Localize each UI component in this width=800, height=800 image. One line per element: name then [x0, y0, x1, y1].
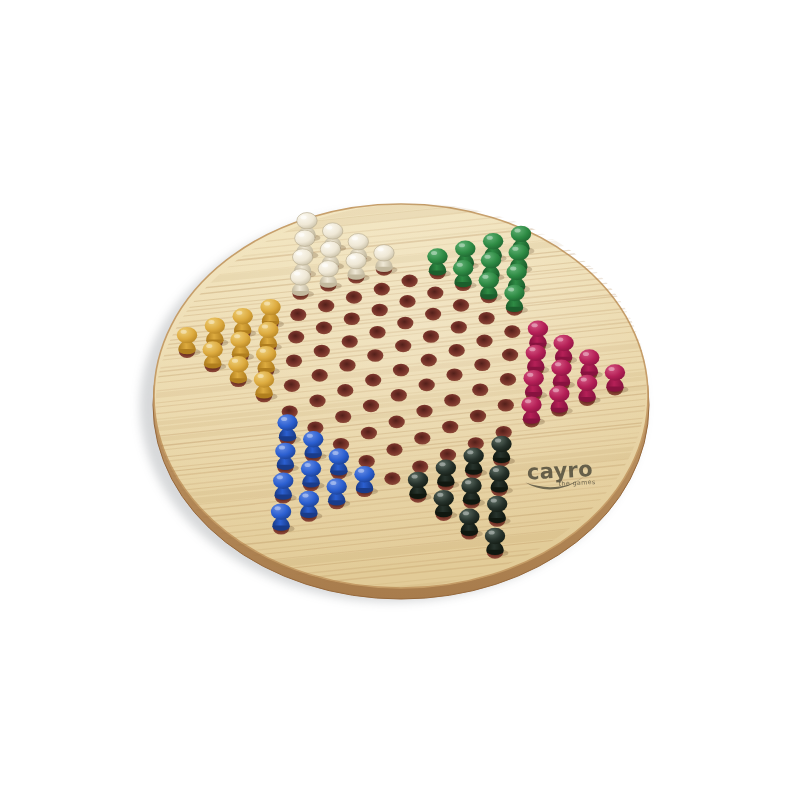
hole[interactable] — [502, 349, 518, 362]
peg-highlight — [181, 330, 187, 334]
peg-head — [320, 241, 340, 257]
peg-head — [322, 223, 342, 239]
peg-highlight — [236, 311, 242, 315]
peg-highlight — [495, 438, 501, 442]
peg-head — [459, 509, 479, 525]
peg-head — [346, 253, 366, 269]
peg-highlight — [305, 463, 311, 467]
peg-highlight — [557, 337, 563, 341]
peg-highlight — [262, 325, 268, 329]
hole[interactable] — [361, 427, 377, 440]
peg-highlight — [324, 244, 330, 248]
peg-highlight — [208, 320, 214, 324]
peg-highlight — [465, 480, 471, 484]
peg-head — [327, 478, 347, 494]
peg-head — [489, 465, 509, 481]
peg-head — [521, 396, 541, 412]
peg-highlight — [514, 228, 520, 232]
peg-head — [463, 448, 483, 464]
peg-highlight — [555, 362, 561, 366]
hole[interactable] — [504, 325, 520, 338]
hole[interactable] — [290, 308, 306, 321]
peg-head — [318, 261, 338, 277]
hole[interactable] — [402, 275, 418, 288]
peg-highlight — [531, 323, 537, 327]
peg-highlight — [275, 506, 281, 510]
peg-highlight — [330, 481, 336, 485]
hole[interactable] — [423, 330, 439, 343]
peg-highlight — [294, 271, 300, 275]
peg-highlight — [553, 388, 559, 392]
hole[interactable] — [453, 299, 469, 312]
hole[interactable] — [416, 405, 432, 418]
peg-highlight — [437, 493, 443, 497]
hole[interactable] — [314, 345, 330, 358]
peg-highlight — [493, 468, 499, 472]
peg-head — [228, 356, 248, 372]
hole[interactable] — [339, 359, 355, 372]
hole[interactable] — [449, 344, 465, 357]
peg-head — [260, 299, 280, 315]
peg-head — [487, 496, 507, 512]
hole[interactable] — [440, 449, 456, 462]
peg-highlight — [296, 252, 302, 256]
peg-head — [230, 331, 250, 347]
peg-head — [549, 386, 569, 402]
hole[interactable] — [363, 400, 379, 413]
peg-head — [579, 349, 599, 365]
peg-head — [427, 248, 447, 264]
hole[interactable] — [442, 421, 458, 434]
hole[interactable] — [397, 317, 413, 330]
peg-head — [354, 466, 374, 482]
peg-highlight — [431, 251, 437, 255]
peg-highlight — [525, 399, 531, 403]
peg-highlight — [300, 215, 306, 219]
peg-head — [528, 321, 548, 337]
peg-highlight — [350, 255, 356, 259]
peg-head — [254, 371, 274, 387]
peg-highlight — [484, 255, 490, 259]
peg-highlight — [332, 451, 338, 455]
peg-highlight — [459, 243, 465, 247]
peg-highlight — [512, 247, 518, 251]
hole[interactable] — [344, 313, 360, 326]
peg-head — [297, 213, 317, 229]
hole[interactable] — [425, 308, 441, 321]
peg-highlight — [258, 374, 264, 378]
peg-head — [461, 477, 481, 493]
hole[interactable] — [500, 373, 516, 386]
peg-highlight — [298, 233, 304, 237]
hole[interactable] — [342, 335, 358, 348]
hole[interactable] — [316, 322, 332, 335]
hole[interactable] — [393, 364, 409, 377]
hole[interactable] — [470, 410, 486, 423]
hole[interactable] — [365, 374, 381, 387]
hole[interactable] — [476, 335, 492, 348]
peg-head — [509, 244, 529, 260]
peg-head — [481, 252, 501, 268]
peg-head — [232, 308, 252, 324]
hole[interactable] — [374, 283, 390, 296]
peg-head — [455, 241, 475, 257]
peg-head — [551, 360, 571, 376]
peg-head — [485, 528, 505, 544]
hole[interactable] — [386, 443, 402, 456]
peg-highlight — [326, 226, 332, 230]
peg-highlight — [352, 236, 358, 240]
peg-highlight — [358, 469, 364, 473]
peg-head — [436, 460, 456, 476]
peg-highlight — [467, 450, 473, 454]
peg-head — [303, 431, 323, 447]
peg-highlight — [487, 236, 493, 240]
peg-highlight — [489, 530, 495, 534]
hole[interactable] — [479, 312, 495, 325]
peg-highlight — [529, 347, 535, 351]
peg-highlight — [377, 247, 383, 251]
peg-highlight — [463, 511, 469, 515]
peg-highlight — [482, 275, 488, 279]
hole[interactable] — [451, 321, 467, 334]
peg-head — [275, 443, 295, 459]
peg-highlight — [510, 267, 516, 271]
peg-highlight — [491, 499, 497, 503]
hole[interactable] — [412, 460, 428, 473]
peg-head — [577, 375, 597, 391]
peg-head — [271, 503, 291, 519]
peg-highlight — [412, 474, 418, 478]
peg-head — [479, 272, 499, 288]
peg-highlight — [260, 349, 266, 353]
peg-head — [177, 327, 197, 343]
peg-highlight — [307, 434, 313, 438]
hole[interactable] — [474, 358, 490, 371]
hole[interactable] — [414, 432, 430, 445]
peg-head — [374, 245, 394, 261]
hole[interactable] — [446, 368, 462, 381]
peg-highlight — [264, 302, 270, 306]
peg-highlight — [439, 462, 445, 466]
hole[interactable] — [318, 300, 334, 313]
peg-highlight — [206, 344, 212, 348]
peg-highlight — [527, 373, 533, 377]
peg-head — [295, 230, 315, 246]
hole[interactable] — [472, 383, 488, 396]
hole[interactable] — [384, 472, 400, 485]
peg-head — [292, 249, 312, 265]
hole[interactable] — [419, 379, 435, 392]
peg-head — [523, 370, 543, 386]
peg-highlight — [302, 493, 308, 497]
peg-highlight — [508, 287, 514, 291]
hole[interactable] — [421, 354, 437, 367]
peg-head — [329, 448, 349, 464]
peg-head — [506, 264, 526, 280]
peg-highlight — [457, 263, 463, 267]
peg-head — [453, 260, 473, 276]
peg-head — [301, 460, 321, 476]
hole[interactable] — [286, 354, 302, 367]
peg-head — [205, 317, 225, 333]
peg-head — [290, 269, 310, 285]
peg-head — [526, 345, 546, 361]
hole[interactable] — [284, 379, 300, 392]
peg-head — [273, 473, 293, 489]
hole[interactable] — [399, 295, 415, 308]
hole[interactable] — [372, 304, 388, 317]
peg-head — [203, 341, 223, 357]
peg-head — [256, 346, 276, 362]
hole[interactable] — [427, 287, 443, 300]
hole[interactable] — [312, 369, 328, 382]
peg-head — [408, 472, 428, 488]
chinese-checkers-board-svg: cayro the games — [0, 0, 800, 800]
hole[interactable] — [369, 326, 385, 339]
peg-highlight — [277, 475, 283, 479]
peg-highlight — [581, 378, 587, 382]
hole[interactable] — [337, 384, 353, 397]
peg-highlight — [583, 352, 589, 356]
hole[interactable] — [346, 291, 362, 304]
peg-head — [491, 436, 511, 452]
hole[interactable] — [359, 455, 375, 468]
hole[interactable] — [444, 394, 460, 407]
hole[interactable] — [395, 340, 411, 353]
peg-head — [605, 364, 625, 380]
peg-head — [258, 322, 278, 338]
peg-head — [553, 335, 573, 351]
peg-head — [511, 226, 531, 242]
peg-highlight — [322, 263, 328, 267]
hole[interactable] — [498, 399, 514, 412]
product-photo: cayro the games — [0, 0, 800, 800]
hole[interactable] — [389, 416, 405, 429]
peg-highlight — [232, 359, 238, 363]
peg-highlight — [234, 334, 240, 338]
hole[interactable] — [335, 410, 351, 423]
peg-head — [348, 234, 368, 250]
peg-highlight — [279, 445, 285, 449]
peg-head — [483, 233, 503, 249]
hole[interactable] — [367, 349, 383, 362]
peg-head — [433, 490, 453, 506]
peg-head — [299, 491, 319, 507]
peg-head — [504, 285, 524, 301]
peg-head — [277, 414, 297, 430]
hole[interactable] — [309, 395, 325, 408]
peg-highlight — [281, 417, 287, 421]
peg-highlight — [608, 367, 614, 371]
hole[interactable] — [391, 389, 407, 402]
hole[interactable] — [288, 331, 304, 344]
